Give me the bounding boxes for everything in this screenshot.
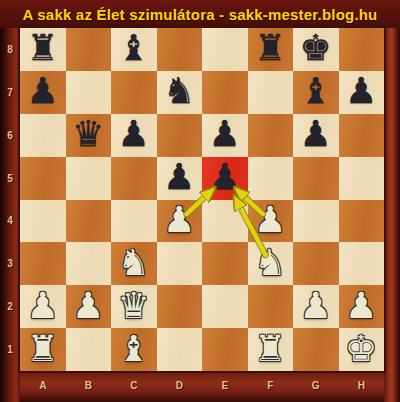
white-pawn-a2: ♟ [27, 288, 59, 324]
rank-label-1: 1 [0, 328, 20, 371]
rank-label-7: 7 [0, 71, 20, 114]
white-queen-c2: ♛ [118, 288, 150, 324]
square-e1[interactable] [202, 328, 248, 371]
square-c5[interactable] [111, 157, 157, 200]
square-c2[interactable]: ♛ [111, 285, 157, 328]
square-f4[interactable]: ♟ [248, 200, 294, 243]
square-b7[interactable] [66, 71, 112, 114]
square-d7[interactable]: ♞ [157, 71, 203, 114]
square-g1[interactable] [293, 328, 339, 371]
chess-board: ♜♝♜♚♟♞♝♟♛♟♟♟♟♟♟♟♞♞♟♟♛♟♟♜♝♜♚ [20, 28, 384, 371]
rank-label-3: 3 [0, 242, 20, 285]
black-knight-d7: ♞ [163, 73, 195, 109]
square-d5[interactable]: ♟ [157, 157, 203, 200]
file-label-a: A [20, 378, 66, 392]
rank-label-5: 5 [0, 157, 20, 200]
square-h8[interactable] [339, 28, 385, 71]
square-b3[interactable] [66, 242, 112, 285]
title-bar: A sakk az Élet szimulátora - sakk-mester… [0, 0, 400, 28]
square-h6[interactable] [339, 114, 385, 157]
square-c4[interactable] [111, 200, 157, 243]
square-g6[interactable]: ♟ [293, 114, 339, 157]
square-a4[interactable] [20, 200, 66, 243]
square-h4[interactable] [339, 200, 385, 243]
rank-label-8: 8 [0, 28, 20, 71]
square-g2[interactable]: ♟ [293, 285, 339, 328]
square-d2[interactable] [157, 285, 203, 328]
square-a6[interactable] [20, 114, 66, 157]
square-a7[interactable]: ♟ [20, 71, 66, 114]
file-label-f: F [248, 378, 294, 392]
square-b5[interactable] [66, 157, 112, 200]
chess-diagram: A sakk az Élet szimulátora - sakk-mester… [0, 0, 400, 402]
square-e2[interactable] [202, 285, 248, 328]
square-b6[interactable]: ♛ [66, 114, 112, 157]
white-pawn-g2: ♟ [300, 288, 332, 324]
rank-label-4: 4 [0, 200, 20, 243]
white-pawn-d4: ♟ [163, 202, 195, 238]
square-h2[interactable]: ♟ [339, 285, 385, 328]
white-rook-a1: ♜ [27, 331, 59, 367]
square-c7[interactable] [111, 71, 157, 114]
file-label-h: H [339, 378, 385, 392]
square-f5[interactable] [248, 157, 294, 200]
square-b8[interactable] [66, 28, 112, 71]
square-a5[interactable] [20, 157, 66, 200]
white-pawn-h2: ♟ [345, 288, 377, 324]
file-label-c: C [111, 378, 157, 392]
white-knight-c3: ♞ [118, 245, 150, 281]
square-e6[interactable]: ♟ [202, 114, 248, 157]
black-pawn-g6: ♟ [300, 116, 332, 152]
square-f1[interactable]: ♜ [248, 328, 294, 371]
square-d3[interactable] [157, 242, 203, 285]
black-pawn-e6: ♟ [209, 116, 241, 152]
square-e8[interactable] [202, 28, 248, 71]
white-pawn-b2: ♟ [72, 288, 104, 324]
square-h7[interactable]: ♟ [339, 71, 385, 114]
file-label-d: D [157, 378, 203, 392]
square-b4[interactable] [66, 200, 112, 243]
rank-label-2: 2 [0, 285, 20, 328]
black-king-g8: ♚ [300, 30, 332, 66]
white-rook-f1: ♜ [254, 331, 286, 367]
page-title: A sakk az Élet szimulátora - sakk-mester… [22, 6, 377, 23]
square-e5[interactable]: ♟ [202, 157, 248, 200]
square-g8[interactable]: ♚ [293, 28, 339, 71]
black-pawn-c6: ♟ [118, 116, 150, 152]
black-bishop-c8: ♝ [118, 30, 150, 66]
square-f6[interactable] [248, 114, 294, 157]
square-e3[interactable] [202, 242, 248, 285]
square-d4[interactable]: ♟ [157, 200, 203, 243]
square-h5[interactable] [339, 157, 385, 200]
square-b1[interactable] [66, 328, 112, 371]
square-a3[interactable] [20, 242, 66, 285]
square-e4[interactable] [202, 200, 248, 243]
black-pawn-d5: ♟ [163, 159, 195, 195]
black-rook-f8: ♜ [254, 30, 286, 66]
black-pawn-h7: ♟ [345, 73, 377, 109]
square-c1[interactable]: ♝ [111, 328, 157, 371]
square-g3[interactable] [293, 242, 339, 285]
square-c6[interactable]: ♟ [111, 114, 157, 157]
square-d8[interactable] [157, 28, 203, 71]
square-h1[interactable]: ♚ [339, 328, 385, 371]
square-g7[interactable]: ♝ [293, 71, 339, 114]
square-g4[interactable] [293, 200, 339, 243]
square-c8[interactable]: ♝ [111, 28, 157, 71]
black-rook-a8: ♜ [27, 30, 59, 66]
square-e7[interactable] [202, 71, 248, 114]
white-bishop-c1: ♝ [118, 331, 150, 367]
file-label-g: G [293, 378, 339, 392]
square-f2[interactable] [248, 285, 294, 328]
rank-label-6: 6 [0, 114, 20, 157]
square-d6[interactable] [157, 114, 203, 157]
white-king-h1: ♚ [345, 331, 377, 367]
square-d1[interactable] [157, 328, 203, 371]
black-bishop-g7: ♝ [300, 73, 332, 109]
file-label-b: B [66, 378, 112, 392]
white-knight-f3: ♞ [254, 245, 286, 281]
square-h3[interactable] [339, 242, 385, 285]
square-a8[interactable]: ♜ [20, 28, 66, 71]
square-f8[interactable]: ♜ [248, 28, 294, 71]
white-pawn-f4: ♟ [254, 202, 286, 238]
black-queen-b6: ♛ [72, 116, 104, 152]
square-a2[interactable]: ♟ [20, 285, 66, 328]
board-frame-right [384, 28, 400, 402]
square-a1[interactable]: ♜ [20, 328, 66, 371]
square-g5[interactable] [293, 157, 339, 200]
square-b2[interactable]: ♟ [66, 285, 112, 328]
square-c3[interactable]: ♞ [111, 242, 157, 285]
file-label-e: E [202, 378, 248, 392]
square-f3[interactable]: ♞ [248, 242, 294, 285]
square-f7[interactable] [248, 71, 294, 114]
black-pawn-e5: ♟ [209, 159, 241, 195]
black-pawn-a7: ♟ [27, 73, 59, 109]
